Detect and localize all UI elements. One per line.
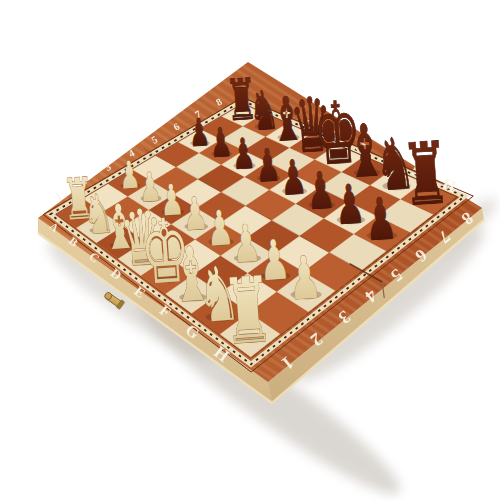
product-photo-folding-chess-set: AA11BB22CC33DD44EE55FF66GG77HH88♜♞♝♟♛♟♚♟… xyxy=(0,0,500,500)
piece-black-rook-h8: ♜ xyxy=(399,123,453,226)
piece-white-pawn-h3: ♟ xyxy=(286,242,324,314)
piece-black-pawn-h6: ♟ xyxy=(362,184,399,253)
piece-white-rook-h1: ♜ xyxy=(219,256,276,365)
piece-black-pawn-g6: ♟ xyxy=(333,172,367,238)
piece-black-pawn-d6: ♟ xyxy=(253,138,282,192)
piece-black-pawn-c6: ♟ xyxy=(230,128,257,179)
piece-black-pawn-e6: ♟ xyxy=(278,149,308,206)
chess-board-scene: AA11BB22CC33DD44EE55FF66GG77HH88♜♞♝♟♛♟♚♟… xyxy=(0,0,500,500)
piece-black-pawn-a6: ♟ xyxy=(187,110,211,155)
piece-black-pawn-b6: ♟ xyxy=(208,119,233,167)
piece-black-pawn-f6: ♟ xyxy=(305,160,337,221)
